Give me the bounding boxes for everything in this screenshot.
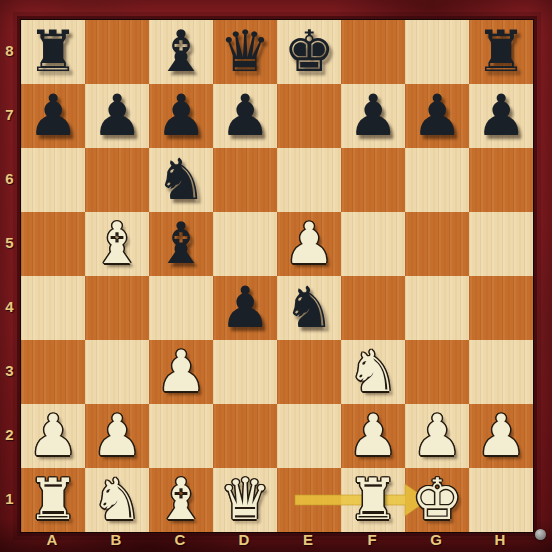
file-label-g: G [404,531,468,552]
square-a7[interactable]: ♟ [21,84,85,148]
square-a4[interactable] [21,276,85,340]
rank-label-1: 1 [0,467,19,531]
square-b8[interactable] [85,20,149,84]
piece-white-king[interactable]: ♚ [405,468,469,532]
square-c1[interactable]: ♝ [149,468,213,532]
square-c5[interactable]: ♝ [149,212,213,276]
rank-label-4: 4 [0,275,19,339]
piece-white-knight[interactable]: ♞ [341,340,405,404]
square-g5[interactable] [405,212,469,276]
file-label-b: B [84,531,148,552]
square-e1[interactable] [277,468,341,532]
square-f8[interactable] [341,20,405,84]
piece-black-pawn[interactable]: ♟ [149,84,213,148]
square-d4[interactable]: ♟ [213,276,277,340]
square-h3[interactable] [469,340,533,404]
square-h7[interactable]: ♟ [469,84,533,148]
square-g7[interactable]: ♟ [405,84,469,148]
square-c4[interactable] [149,276,213,340]
square-c3[interactable]: ♟ [149,340,213,404]
piece-white-pawn[interactable]: ♟ [277,212,341,276]
square-f2[interactable]: ♟ [341,404,405,468]
piece-black-queen[interactable]: ♛ [213,20,277,84]
square-c2[interactable] [149,404,213,468]
piece-white-pawn[interactable]: ♟ [341,404,405,468]
square-d8[interactable]: ♛ [213,20,277,84]
piece-white-pawn[interactable]: ♟ [405,404,469,468]
square-e2[interactable] [277,404,341,468]
square-d6[interactable] [213,148,277,212]
piece-black-pawn[interactable]: ♟ [213,276,277,340]
square-a3[interactable] [21,340,85,404]
square-d2[interactable] [213,404,277,468]
square-c6[interactable]: ♞ [149,148,213,212]
piece-white-pawn[interactable]: ♟ [469,404,533,468]
square-g3[interactable] [405,340,469,404]
corner-dot [535,529,546,540]
square-g8[interactable] [405,20,469,84]
piece-black-bishop[interactable]: ♝ [149,20,213,84]
square-d3[interactable] [213,340,277,404]
piece-black-king[interactable]: ♚ [277,20,341,84]
square-h2[interactable]: ♟ [469,404,533,468]
file-label-a: A [20,531,84,552]
square-a8[interactable]: ♜ [21,20,85,84]
piece-white-bishop[interactable]: ♝ [149,468,213,532]
square-f4[interactable] [341,276,405,340]
piece-white-queen[interactable]: ♛ [213,468,277,532]
square-b5[interactable]: ♝ [85,212,149,276]
square-a1[interactable]: ♜ [21,468,85,532]
piece-black-pawn[interactable]: ♟ [85,84,149,148]
square-b6[interactable] [85,148,149,212]
piece-black-pawn[interactable]: ♟ [213,84,277,148]
file-label-h: H [468,531,532,552]
square-d1[interactable]: ♛ [213,468,277,532]
square-e8[interactable]: ♚ [277,20,341,84]
rank-label-3: 3 [0,339,19,403]
rank-label-7: 7 [0,83,19,147]
piece-black-pawn[interactable]: ♟ [21,84,85,148]
piece-white-pawn[interactable]: ♟ [21,404,85,468]
square-f1[interactable]: ♜ [341,468,405,532]
square-b3[interactable] [85,340,149,404]
square-c8[interactable]: ♝ [149,20,213,84]
square-a5[interactable] [21,212,85,276]
square-h5[interactable] [469,212,533,276]
square-f6[interactable] [341,148,405,212]
square-c7[interactable]: ♟ [149,84,213,148]
piece-black-pawn[interactable]: ♟ [405,84,469,148]
square-b1[interactable]: ♞ [85,468,149,532]
square-e7[interactable] [277,84,341,148]
square-b7[interactable]: ♟ [85,84,149,148]
square-d7[interactable]: ♟ [213,84,277,148]
square-g2[interactable]: ♟ [405,404,469,468]
square-b2[interactable]: ♟ [85,404,149,468]
piece-white-knight[interactable]: ♞ [85,468,149,532]
chess-board: ♜♝♛♚♜♟♟♟♟♟♟♟♞♝♝♟♟♞♟♞♟♟♟♟♟♜♞♝♛♜♚ [20,19,534,533]
piece-white-pawn[interactable]: ♟ [85,404,149,468]
square-e4[interactable]: ♞ [277,276,341,340]
rank-label-6: 6 [0,147,19,211]
file-label-e: E [276,531,340,552]
square-d5[interactable] [213,212,277,276]
square-e5[interactable]: ♟ [277,212,341,276]
square-f7[interactable]: ♟ [341,84,405,148]
piece-black-knight[interactable]: ♞ [277,276,341,340]
rank-label-2: 2 [0,403,19,467]
piece-black-bishop[interactable]: ♝ [149,212,213,276]
square-h8[interactable]: ♜ [469,20,533,84]
file-label-c: C [148,531,212,552]
square-a2[interactable]: ♟ [21,404,85,468]
square-f3[interactable]: ♞ [341,340,405,404]
piece-black-pawn[interactable]: ♟ [469,84,533,148]
square-h4[interactable] [469,276,533,340]
file-label-f: F [340,531,404,552]
chess-app-window: ♜♝♛♚♜♟♟♟♟♟♟♟♞♝♝♟♟♞♟♞♟♟♟♟♟♜♞♝♛♜♚ 87654321… [0,0,552,552]
square-h1[interactable] [469,468,533,532]
rank-label-5: 5 [0,211,19,275]
piece-black-knight[interactable]: ♞ [149,148,213,212]
piece-white-rook[interactable]: ♜ [341,468,405,532]
piece-white-rook[interactable]: ♜ [21,468,85,532]
square-b4[interactable] [85,276,149,340]
square-g4[interactable] [405,276,469,340]
square-e6[interactable] [277,148,341,212]
piece-black-rook[interactable]: ♜ [469,20,533,84]
square-g1[interactable]: ♚ [405,468,469,532]
piece-black-rook[interactable]: ♜ [21,20,85,84]
square-f5[interactable] [341,212,405,276]
piece-white-bishop[interactable]: ♝ [85,212,149,276]
square-e3[interactable] [277,340,341,404]
square-g6[interactable] [405,148,469,212]
file-label-d: D [212,531,276,552]
square-h6[interactable] [469,148,533,212]
piece-black-pawn[interactable]: ♟ [341,84,405,148]
square-a6[interactable] [21,148,85,212]
piece-white-pawn[interactable]: ♟ [149,340,213,404]
rank-label-8: 8 [0,19,19,83]
